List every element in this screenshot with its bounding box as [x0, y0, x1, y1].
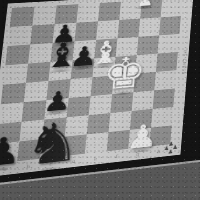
white-pawn-g1[interactable]: ♟	[114, 118, 169, 155]
photo-scene: abcdefgh US CHESS ♟♟♟♟ ♟♟♝♟♝♚♟♞♟♟	[0, 0, 200, 200]
chess-board: abcdefgh US CHESS ♟♟♟♟ ♟♟♝♟♝♚♟♞♟♟	[0, 0, 194, 177]
black-knight-c1[interactable]: ♞	[21, 113, 83, 174]
white-king-f4[interactable]: ♚	[96, 50, 153, 97]
white-pawn-g8[interactable]: ♟	[118, 0, 171, 10]
pieces-layer: ♟♟♝♟♝♚♟♞♟♟	[0, 0, 194, 177]
